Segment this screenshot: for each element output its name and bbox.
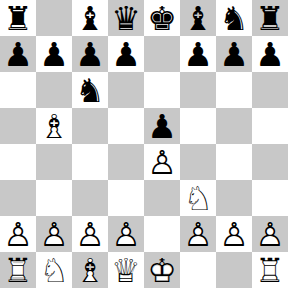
- black-bishop-piece: ♝: [180, 0, 216, 36]
- white-knight-piece: ♞♘: [36, 252, 72, 288]
- white-knight-outline-glyph: ♘: [36, 252, 72, 288]
- square-c4[interactable]: [72, 144, 108, 180]
- square-d1[interactable]: ♛♕: [108, 252, 144, 288]
- square-d4[interactable]: [108, 144, 144, 180]
- white-bishop-outline-glyph: ♗: [72, 252, 108, 288]
- white-pawn-outline-glyph: ♙: [180, 216, 216, 252]
- black-rook-piece: ♜: [252, 0, 288, 36]
- white-pawn-piece: ♟♙: [216, 216, 252, 252]
- square-f8[interactable]: ♝: [180, 0, 216, 36]
- black-pawn-glyph: ♟: [216, 36, 252, 72]
- black-knight-piece: ♞: [72, 72, 108, 108]
- square-a7[interactable]: ♟: [0, 36, 36, 72]
- square-h2[interactable]: ♟♙: [252, 216, 288, 252]
- square-c2[interactable]: ♟♙: [72, 216, 108, 252]
- black-knight-glyph: ♞: [216, 0, 252, 36]
- square-f6[interactable]: [180, 72, 216, 108]
- black-king-piece: ♚: [144, 0, 180, 36]
- square-c8[interactable]: ♝: [72, 0, 108, 36]
- black-pawn-piece: ♟: [108, 36, 144, 72]
- square-d6[interactable]: [108, 72, 144, 108]
- white-pawn-outline-glyph: ♙: [108, 216, 144, 252]
- black-bishop-glyph: ♝: [180, 0, 216, 36]
- white-king-piece: ♚♔: [144, 252, 180, 288]
- square-e7[interactable]: [144, 36, 180, 72]
- square-d3[interactable]: [108, 180, 144, 216]
- square-h1[interactable]: ♜♖: [252, 252, 288, 288]
- square-f3[interactable]: ♞♘: [180, 180, 216, 216]
- black-pawn-glyph: ♟: [108, 36, 144, 72]
- square-c5[interactable]: [72, 108, 108, 144]
- white-pawn-piece: ♟♙: [36, 216, 72, 252]
- square-a1[interactable]: ♜♖: [0, 252, 36, 288]
- black-pawn-piece: ♟: [252, 36, 288, 72]
- square-g2[interactable]: ♟♙: [216, 216, 252, 252]
- black-pawn-glyph: ♟: [72, 36, 108, 72]
- square-g3[interactable]: [216, 180, 252, 216]
- square-a3[interactable]: [0, 180, 36, 216]
- black-king-glyph: ♚: [144, 0, 180, 36]
- black-rook-piece: ♜: [0, 0, 36, 36]
- white-rook-piece: ♜♖: [252, 252, 288, 288]
- black-pawn-piece: ♟: [216, 36, 252, 72]
- square-c3[interactable]: [72, 180, 108, 216]
- white-pawn-outline-glyph: ♙: [216, 216, 252, 252]
- square-e8[interactable]: ♚: [144, 0, 180, 36]
- square-d5[interactable]: [108, 108, 144, 144]
- black-pawn-glyph: ♟: [36, 36, 72, 72]
- black-queen-piece: ♛: [108, 0, 144, 36]
- square-h4[interactable]: [252, 144, 288, 180]
- black-pawn-glyph: ♟: [144, 108, 180, 144]
- white-pawn-outline-glyph: ♙: [252, 216, 288, 252]
- white-queen-outline-glyph: ♕: [108, 252, 144, 288]
- square-b1[interactable]: ♞♘: [36, 252, 72, 288]
- square-f2[interactable]: ♟♙: [180, 216, 216, 252]
- square-d2[interactable]: ♟♙: [108, 216, 144, 252]
- square-h8[interactable]: ♜: [252, 0, 288, 36]
- black-knight-glyph: ♞: [72, 72, 108, 108]
- square-b6[interactable]: [36, 72, 72, 108]
- black-queen-glyph: ♛: [108, 0, 144, 36]
- white-pawn-piece: ♟♙: [0, 216, 36, 252]
- square-b2[interactable]: ♟♙: [36, 216, 72, 252]
- white-pawn-piece: ♟♙: [144, 144, 180, 180]
- black-bishop-piece: ♝: [72, 0, 108, 36]
- square-e4[interactable]: ♟♙: [144, 144, 180, 180]
- square-f5[interactable]: [180, 108, 216, 144]
- square-f4[interactable]: [180, 144, 216, 180]
- square-g4[interactable]: [216, 144, 252, 180]
- square-c1[interactable]: ♝♗: [72, 252, 108, 288]
- white-pawn-outline-glyph: ♙: [0, 216, 36, 252]
- black-pawn-piece: ♟: [144, 108, 180, 144]
- square-a2[interactable]: ♟♙: [0, 216, 36, 252]
- square-h7[interactable]: ♟: [252, 36, 288, 72]
- square-g8[interactable]: ♞: [216, 0, 252, 36]
- white-pawn-piece: ♟♙: [180, 216, 216, 252]
- square-f7[interactable]: ♟: [180, 36, 216, 72]
- square-g5[interactable]: [216, 108, 252, 144]
- white-bishop-piece: ♝♗: [36, 108, 72, 144]
- square-c7[interactable]: ♟: [72, 36, 108, 72]
- white-king-outline-glyph: ♔: [144, 252, 180, 288]
- square-b4[interactable]: [36, 144, 72, 180]
- white-pawn-piece: ♟♙: [72, 216, 108, 252]
- white-pawn-outline-glyph: ♙: [72, 216, 108, 252]
- square-e5[interactable]: ♟: [144, 108, 180, 144]
- square-b5[interactable]: ♝♗: [36, 108, 72, 144]
- black-pawn-piece: ♟: [36, 36, 72, 72]
- white-rook-outline-glyph: ♖: [252, 252, 288, 288]
- black-pawn-glyph: ♟: [180, 36, 216, 72]
- white-pawn-piece: ♟♙: [108, 216, 144, 252]
- square-g1[interactable]: [216, 252, 252, 288]
- square-b3[interactable]: [36, 180, 72, 216]
- white-bishop-outline-glyph: ♗: [36, 108, 72, 144]
- black-bishop-glyph: ♝: [72, 0, 108, 36]
- square-d7[interactable]: ♟: [108, 36, 144, 72]
- white-pawn-outline-glyph: ♙: [144, 144, 180, 180]
- chess-board: ♜♝♛♚♝♞♜♟♟♟♟♟♟♟♞♝♗♟♟♙♞♘♟♙♟♙♟♙♟♙♟♙♟♙♟♙♜♖♞♘…: [0, 0, 288, 288]
- black-pawn-piece: ♟: [72, 36, 108, 72]
- square-e3[interactable]: [144, 180, 180, 216]
- square-e2[interactable]: [144, 216, 180, 252]
- black-pawn-glyph: ♟: [252, 36, 288, 72]
- square-c6[interactable]: ♞: [72, 72, 108, 108]
- square-b8[interactable]: [36, 0, 72, 36]
- square-a4[interactable]: [0, 144, 36, 180]
- square-f1[interactable]: [180, 252, 216, 288]
- black-rook-glyph: ♜: [0, 0, 36, 36]
- white-pawn-piece: ♟♙: [252, 216, 288, 252]
- white-bishop-piece: ♝♗: [72, 252, 108, 288]
- square-e6[interactable]: [144, 72, 180, 108]
- white-pawn-outline-glyph: ♙: [36, 216, 72, 252]
- square-g6[interactable]: [216, 72, 252, 108]
- square-a5[interactable]: [0, 108, 36, 144]
- white-rook-piece: ♜♖: [0, 252, 36, 288]
- square-a6[interactable]: [0, 72, 36, 108]
- square-e1[interactable]: ♚♔: [144, 252, 180, 288]
- square-h6[interactable]: [252, 72, 288, 108]
- square-a8[interactable]: ♜: [0, 0, 36, 36]
- white-knight-piece: ♞♘: [180, 180, 216, 216]
- black-rook-glyph: ♜: [252, 0, 288, 36]
- black-pawn-piece: ♟: [0, 36, 36, 72]
- square-d8[interactable]: ♛: [108, 0, 144, 36]
- black-pawn-piece: ♟: [180, 36, 216, 72]
- square-h3[interactable]: [252, 180, 288, 216]
- white-queen-piece: ♛♕: [108, 252, 144, 288]
- white-knight-outline-glyph: ♘: [180, 180, 216, 216]
- square-g7[interactable]: ♟: [216, 36, 252, 72]
- black-pawn-glyph: ♟: [0, 36, 36, 72]
- white-rook-outline-glyph: ♖: [0, 252, 36, 288]
- square-b7[interactable]: ♟: [36, 36, 72, 72]
- square-h5[interactable]: [252, 108, 288, 144]
- black-knight-piece: ♞: [216, 0, 252, 36]
